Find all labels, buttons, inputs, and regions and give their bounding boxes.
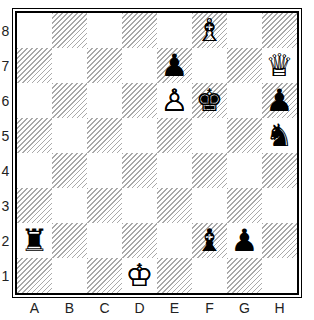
square-g1[interactable] — [227, 258, 262, 293]
square-d3[interactable] — [122, 188, 157, 223]
file-label-e: E — [157, 299, 192, 317]
file-label-g: G — [227, 299, 262, 317]
square-d5[interactable] — [122, 118, 157, 153]
square-g5[interactable] — [227, 118, 262, 153]
square-h6[interactable]: ♟ — [262, 83, 297, 118]
file-label-d: D — [122, 299, 157, 317]
square-h2[interactable] — [262, 223, 297, 258]
square-e7[interactable]: ♟ — [157, 48, 192, 83]
square-f3[interactable] — [192, 188, 227, 223]
square-d7[interactable] — [122, 48, 157, 83]
rank-label-2: 2 — [0, 223, 11, 258]
square-b7[interactable] — [52, 48, 87, 83]
square-f5[interactable] — [192, 118, 227, 153]
square-h3[interactable] — [262, 188, 297, 223]
black-pawn-icon: ♟ — [262, 83, 297, 118]
square-b5[interactable] — [52, 118, 87, 153]
square-e8[interactable] — [157, 13, 192, 48]
board-grid: ♗♟♕♙♚♟♞♜♝♟♔ — [15, 11, 299, 295]
rank-label-3: 3 — [0, 188, 11, 223]
square-c3[interactable] — [87, 188, 122, 223]
rank-label-1: 1 — [0, 258, 11, 293]
square-a3[interactable] — [17, 188, 52, 223]
square-g7[interactable] — [227, 48, 262, 83]
square-d2[interactable] — [122, 223, 157, 258]
square-g6[interactable] — [227, 83, 262, 118]
square-a2[interactable]: ♜ — [17, 223, 52, 258]
file-label-h: H — [262, 299, 297, 317]
white-pawn-icon: ♙ — [157, 83, 192, 118]
square-c7[interactable] — [87, 48, 122, 83]
square-g2[interactable]: ♟ — [227, 223, 262, 258]
rank-labels: 87654321 — [0, 13, 11, 293]
rank-label-7: 7 — [0, 48, 11, 83]
square-f2[interactable]: ♝ — [192, 223, 227, 258]
square-e6[interactable]: ♙ — [157, 83, 192, 118]
square-a6[interactable] — [17, 83, 52, 118]
square-h7[interactable]: ♕ — [262, 48, 297, 83]
square-d4[interactable] — [122, 153, 157, 188]
square-b2[interactable] — [52, 223, 87, 258]
square-h8[interactable] — [262, 13, 297, 48]
square-c8[interactable] — [87, 13, 122, 48]
white-bishop-icon: ♗ — [192, 13, 227, 48]
square-b4[interactable] — [52, 153, 87, 188]
square-c1[interactable] — [87, 258, 122, 293]
square-a8[interactable] — [17, 13, 52, 48]
square-f8[interactable]: ♗ — [192, 13, 227, 48]
square-h1[interactable] — [262, 258, 297, 293]
square-h4[interactable] — [262, 153, 297, 188]
square-b1[interactable] — [52, 258, 87, 293]
square-a7[interactable] — [17, 48, 52, 83]
square-h5[interactable]: ♞ — [262, 118, 297, 153]
square-f7[interactable] — [192, 48, 227, 83]
square-e2[interactable] — [157, 223, 192, 258]
black-pawn-icon: ♟ — [227, 223, 262, 258]
file-label-b: B — [52, 299, 87, 317]
square-b3[interactable] — [52, 188, 87, 223]
black-rook-icon: ♜ — [17, 223, 52, 258]
square-f6[interactable]: ♚ — [192, 83, 227, 118]
file-label-f: F — [192, 299, 227, 317]
rank-label-4: 4 — [0, 153, 11, 188]
square-a1[interactable] — [17, 258, 52, 293]
white-queen-icon: ♕ — [262, 48, 297, 83]
square-g4[interactable] — [227, 153, 262, 188]
square-g8[interactable] — [227, 13, 262, 48]
square-a4[interactable] — [17, 153, 52, 188]
black-bishop-icon: ♝ — [192, 223, 227, 258]
square-c6[interactable] — [87, 83, 122, 118]
square-e1[interactable] — [157, 258, 192, 293]
square-d6[interactable] — [122, 83, 157, 118]
file-label-a: A — [17, 299, 52, 317]
square-c2[interactable] — [87, 223, 122, 258]
chess-diagram: 87654321 ♗♟♕♙♚♟♞♜♝♟♔ ABCDEFGH — [0, 0, 314, 320]
square-b6[interactable] — [52, 83, 87, 118]
rank-label-8: 8 — [0, 13, 11, 48]
square-e4[interactable] — [157, 153, 192, 188]
rank-label-6: 6 — [0, 83, 11, 118]
white-king-icon: ♔ — [122, 258, 157, 293]
chess-board: ♗♟♕♙♚♟♞♜♝♟♔ — [12, 8, 302, 298]
file-label-c: C — [87, 299, 122, 317]
square-a5[interactable] — [17, 118, 52, 153]
square-c4[interactable] — [87, 153, 122, 188]
square-g3[interactable] — [227, 188, 262, 223]
square-b8[interactable] — [52, 13, 87, 48]
square-e3[interactable] — [157, 188, 192, 223]
black-pawn-icon: ♟ — [157, 48, 192, 83]
rank-label-5: 5 — [0, 118, 11, 153]
square-e5[interactable] — [157, 118, 192, 153]
black-knight-icon: ♞ — [262, 118, 297, 153]
square-c5[interactable] — [87, 118, 122, 153]
black-king-icon: ♚ — [192, 83, 227, 118]
file-labels: ABCDEFGH — [17, 299, 297, 317]
square-d8[interactable] — [122, 13, 157, 48]
square-f4[interactable] — [192, 153, 227, 188]
square-f1[interactable] — [192, 258, 227, 293]
square-d1[interactable]: ♔ — [122, 258, 157, 293]
